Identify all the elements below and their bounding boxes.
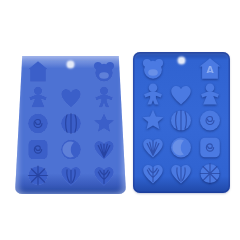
- hang-hole-dot: [179, 58, 184, 63]
- cavity-rose-round: [21, 111, 54, 137]
- cavity-moon-round: [54, 136, 87, 162]
- gingerbread-man-icon: [91, 85, 117, 110]
- cavity-pumpkin-round: [54, 111, 87, 137]
- cavity-star: [87, 111, 120, 137]
- hang-hole: [54, 59, 87, 85]
- cavity-leaf-heart: [139, 161, 167, 187]
- swirl-flower-icon: [25, 163, 51, 188]
- shell-heart-icon: [140, 135, 166, 160]
- svg-text:A: A: [206, 64, 214, 75]
- cavity-star: [139, 108, 167, 134]
- mold-back-view: [15, 56, 126, 194]
- star-icon: [91, 111, 117, 136]
- pumpkin-round-icon: [168, 108, 194, 133]
- mold-front-grid: A: [139, 55, 224, 187]
- cavity-swirl-flower: [196, 161, 224, 187]
- cavity-gingerbread-man: [139, 81, 167, 107]
- cavity-gingerbread-man: [87, 85, 120, 111]
- cavity-heart: [54, 85, 87, 111]
- moon-round-icon: [168, 135, 194, 160]
- cavity-rose-square: [196, 134, 224, 160]
- cavity-moon-round: [167, 134, 195, 160]
- star-icon: [140, 108, 166, 133]
- cavity-bear-face: [139, 55, 167, 81]
- bear-face-icon: [140, 56, 166, 81]
- bear-face-icon: [91, 59, 117, 84]
- gingerbread-girl-icon: [197, 82, 223, 107]
- cavity-strawberry-heart: [54, 162, 87, 188]
- shell-heart-icon: [91, 137, 117, 162]
- cavity-rose-square: [21, 136, 54, 162]
- product-photo-scene: Two blue silicone candy molds on a white…: [0, 0, 240, 240]
- cavity-strawberry-heart: [167, 161, 195, 187]
- gingerbread-girl-icon: [25, 85, 51, 110]
- gingerbread-man-icon: [140, 82, 166, 107]
- cavity-house: [21, 59, 54, 85]
- mold-front-view: A: [133, 52, 230, 193]
- cavity-swirl-flower: [21, 162, 54, 188]
- rose-square-icon: [25, 137, 51, 162]
- swirl-flower-icon: [197, 161, 223, 186]
- hang-hole-dot: [68, 62, 73, 67]
- rose-round-icon: [25, 111, 51, 136]
- rose-square-icon: [197, 135, 223, 160]
- strawberry-heart-icon: [58, 163, 84, 188]
- house-letter-icon: A: [197, 56, 223, 81]
- cavity-pumpkin-round: [167, 108, 195, 134]
- heart-icon: [58, 85, 84, 110]
- cavity-bear-face: [87, 59, 120, 85]
- cavity-heart: [167, 81, 195, 107]
- heart-icon: [168, 82, 194, 107]
- rose-round-icon: [197, 108, 223, 133]
- leaf-heart-icon: [140, 161, 166, 186]
- hang-hole: [167, 55, 195, 81]
- moon-round-icon: [58, 137, 84, 162]
- cavity-gingerbread-girl: [196, 81, 224, 107]
- scene-description: Two blue silicone candy molds on a white…: [0, 0, 1, 1]
- mold-back-grid: [21, 59, 120, 188]
- house-icon: [25, 59, 51, 84]
- cavity-shell-heart: [139, 134, 167, 160]
- cavity-leaf-heart: [87, 162, 120, 188]
- strawberry-heart-icon: [168, 161, 194, 186]
- cavity-gingerbread-girl: [21, 85, 54, 111]
- cavity-rose-round: [196, 108, 224, 134]
- cavity-house-letter: A: [196, 55, 224, 81]
- leaf-heart-icon: [91, 163, 117, 188]
- pumpkin-round-icon: [58, 111, 84, 136]
- cavity-shell-heart: [87, 136, 120, 162]
